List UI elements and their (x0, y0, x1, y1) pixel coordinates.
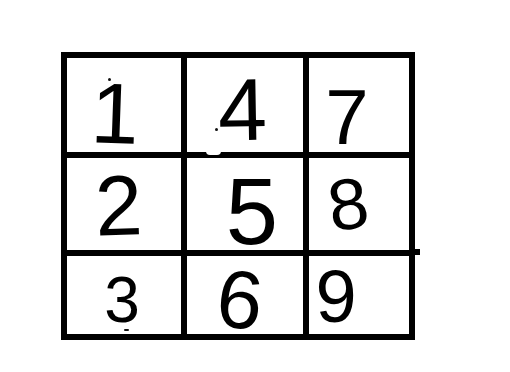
cell-r1-c2: 4 (187, 58, 309, 158)
digit-r2-c3: 8 (328, 201, 368, 207)
ink-speck (124, 329, 129, 331)
cell-r2-c1: 2 (67, 158, 187, 256)
cell-r1-c1: 1 (67, 58, 187, 158)
ink-speck (215, 128, 218, 131)
cell-r3-c2: 6 (187, 256, 309, 334)
digit-r1-c2: 4 (218, 110, 267, 111)
cell-r3-c3: 9 (309, 256, 409, 334)
cell-r2-c2: 5 (187, 158, 309, 256)
cell-r1-c3: 7 (309, 58, 409, 158)
digit-r2-c1: 2 (95, 205, 142, 207)
cell-r3-c1: 3 (67, 256, 187, 334)
eraser-notch (206, 151, 221, 155)
drawing-canvas: 1 4 7 2 5 8 3 6 9 (0, 0, 510, 372)
cell-r2-c3: 8 (309, 158, 409, 256)
digit-r3-c2: 6 (217, 298, 262, 303)
line-overhang (415, 249, 420, 255)
grid-board: 1 4 7 2 5 8 3 6 9 (61, 52, 415, 340)
digit-r1-c1: 1 (91, 112, 139, 114)
ink-speck (108, 78, 111, 81)
